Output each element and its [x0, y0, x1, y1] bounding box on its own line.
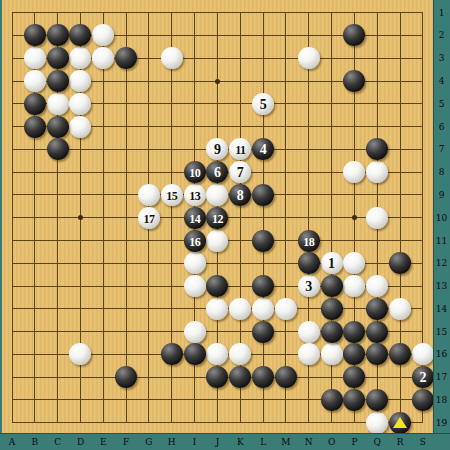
- move-number: 1: [328, 257, 335, 271]
- go-stone-white[interactable]: [389, 298, 411, 320]
- go-stone-black[interactable]: [366, 298, 388, 320]
- row-label: 11: [436, 236, 447, 245]
- column-label: P: [351, 437, 357, 446]
- go-stone-black[interactable]: 10: [184, 161, 206, 183]
- go-stone-white[interactable]: [24, 47, 46, 69]
- column-label: B: [32, 437, 39, 446]
- go-stone-black[interactable]: [47, 116, 69, 138]
- row-label: 17: [436, 373, 447, 382]
- go-stone-black[interactable]: [412, 389, 434, 411]
- row-label: 15: [436, 327, 447, 336]
- column-label: M: [281, 437, 290, 446]
- column-label: O: [328, 437, 335, 446]
- move-number: 13: [189, 189, 200, 201]
- go-stone-black[interactable]: [343, 321, 365, 343]
- board-left-edge: [0, 0, 2, 450]
- go-stone-white[interactable]: 13: [184, 184, 206, 206]
- column-label: R: [397, 437, 404, 446]
- go-stone-white[interactable]: [321, 343, 343, 365]
- star-point: [215, 79, 220, 84]
- go-stone-black[interactable]: [321, 298, 343, 320]
- column-label: E: [100, 437, 107, 446]
- go-stone-white[interactable]: [229, 298, 251, 320]
- column-label: G: [145, 437, 152, 446]
- row-label: 12: [436, 259, 447, 268]
- move-number: 16: [189, 235, 200, 247]
- grid-line-vertical: [263, 12, 264, 423]
- go-stone-white[interactable]: [138, 184, 160, 206]
- row-label: 18: [436, 395, 447, 404]
- grid-line-horizontal: [12, 422, 424, 423]
- column-label: I: [193, 437, 197, 446]
- go-stone-white[interactable]: 3: [298, 275, 320, 297]
- move-number: 17: [143, 212, 154, 224]
- move-number: 15: [166, 189, 177, 201]
- go-stone-white[interactable]: [206, 230, 228, 252]
- row-label: 4: [439, 77, 445, 86]
- go-stone-white[interactable]: 5: [252, 93, 274, 115]
- move-number: 11: [235, 144, 245, 156]
- row-label: 3: [439, 54, 445, 63]
- row-label: 16: [436, 350, 447, 359]
- go-stone-white[interactable]: [161, 47, 183, 69]
- go-stone-white[interactable]: [184, 321, 206, 343]
- row-label: 14: [436, 304, 447, 313]
- go-stone-black[interactable]: 2: [412, 366, 434, 388]
- go-stone-white[interactable]: [366, 412, 388, 434]
- row-label: 13: [436, 282, 447, 291]
- move-number: 14: [189, 212, 200, 224]
- row-label: 5: [439, 99, 445, 108]
- triangle-marker-icon: [393, 417, 407, 428]
- row-label: 19: [436, 418, 447, 427]
- column-label: A: [9, 437, 16, 446]
- move-number: 7: [237, 166, 244, 180]
- go-stone-white[interactable]: 1: [321, 252, 343, 274]
- row-coordinate-strip: [433, 0, 450, 450]
- go-stone-black[interactable]: [321, 321, 343, 343]
- go-stone-black[interactable]: 16: [184, 230, 206, 252]
- move-number: 18: [303, 235, 314, 247]
- column-label: S: [420, 437, 426, 446]
- go-stone-black[interactable]: [252, 184, 274, 206]
- go-stone-black[interactable]: [47, 138, 69, 160]
- row-label: 10: [436, 213, 447, 222]
- go-stone-black[interactable]: 14: [184, 207, 206, 229]
- move-number: 3: [305, 280, 312, 294]
- column-label: H: [168, 437, 176, 446]
- go-stone-black[interactable]: [252, 275, 274, 297]
- go-stone-white[interactable]: 15: [161, 184, 183, 206]
- go-stone-black[interactable]: [184, 343, 206, 365]
- go-stone-black[interactable]: [47, 47, 69, 69]
- go-stone-black[interactable]: [252, 230, 274, 252]
- column-label: J: [216, 437, 220, 446]
- column-label: D: [77, 437, 84, 446]
- go-stone-black[interactable]: [321, 389, 343, 411]
- go-stone-black[interactable]: [24, 116, 46, 138]
- go-stone-white[interactable]: [184, 275, 206, 297]
- row-label: 2: [439, 31, 445, 40]
- move-number: 4: [260, 143, 267, 157]
- go-stone-white[interactable]: [24, 70, 46, 92]
- go-stone-black[interactable]: 18: [298, 230, 320, 252]
- move-number: 10: [189, 167, 200, 179]
- move-number: 6: [214, 166, 221, 180]
- go-stone-white[interactable]: [298, 321, 320, 343]
- column-label: N: [305, 437, 313, 446]
- row-label: 9: [439, 190, 445, 199]
- go-stone-white[interactable]: [252, 298, 274, 320]
- column-label: K: [237, 437, 244, 446]
- column-label: Q: [374, 437, 381, 446]
- go-stone-black[interactable]: [47, 70, 69, 92]
- column-label: F: [123, 437, 129, 446]
- move-number: 8: [237, 188, 244, 202]
- go-stone-black[interactable]: [275, 366, 297, 388]
- move-number: 9: [214, 143, 221, 157]
- row-label: 1: [439, 8, 445, 17]
- move-number: 12: [212, 212, 223, 224]
- go-stone-white[interactable]: [184, 252, 206, 274]
- go-stone-black[interactable]: [366, 321, 388, 343]
- go-stone-black[interactable]: [321, 275, 343, 297]
- go-stone-black[interactable]: [298, 252, 320, 274]
- grid-line-vertical: [285, 12, 286, 423]
- column-label: L: [260, 437, 266, 446]
- row-label: 7: [439, 145, 445, 154]
- column-label: C: [54, 437, 61, 446]
- column-coordinate-strip: [0, 433, 450, 450]
- go-stone-black[interactable]: [24, 93, 46, 115]
- move-number: 5: [260, 97, 267, 111]
- go-stone-white[interactable]: [69, 116, 91, 138]
- row-label: 8: [439, 168, 445, 177]
- go-stone-black[interactable]: [389, 412, 411, 434]
- row-label: 6: [439, 122, 445, 131]
- go-stone-white[interactable]: [275, 298, 297, 320]
- go-stone-white[interactable]: [298, 47, 320, 69]
- go-stone-black[interactable]: [252, 321, 274, 343]
- go-stone-black[interactable]: [47, 24, 69, 46]
- go-stone-white[interactable]: 17: [138, 207, 160, 229]
- go-stone-white[interactable]: [366, 207, 388, 229]
- go-board[interactable]: 591171513171341068141216182 ABCDEFGHIJKL…: [0, 0, 450, 450]
- go-stone-white[interactable]: [47, 93, 69, 115]
- move-number: 2: [419, 371, 426, 385]
